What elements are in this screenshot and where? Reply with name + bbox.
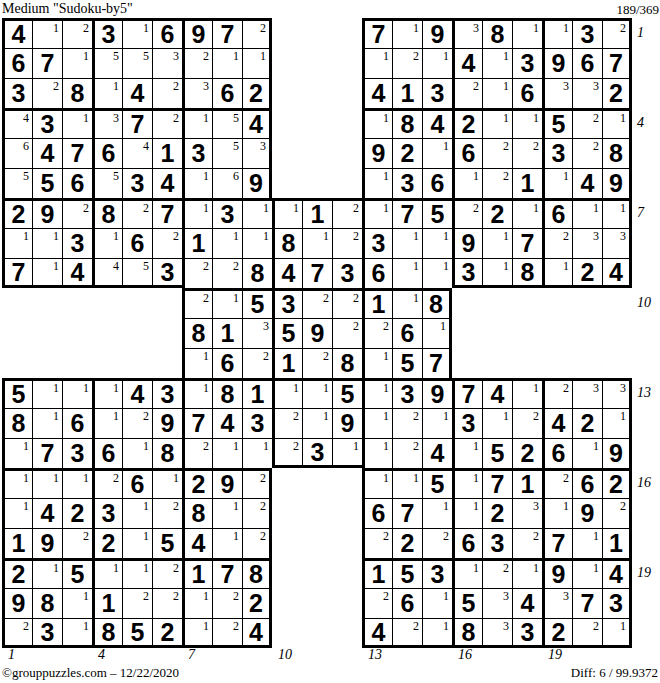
board-cell[interactable]: 3 [152, 378, 182, 408]
board-cell[interactable]: 3 [572, 18, 602, 48]
board-cell[interactable]: 7 [542, 528, 572, 558]
board-cell[interactable]: 2 [572, 138, 602, 168]
board-cell[interactable]: 9 [302, 318, 332, 348]
board-cell[interactable]: 3 [512, 618, 542, 648]
board-cell[interactable]: 1 [2, 498, 32, 528]
board-cell[interactable]: 1 [302, 408, 332, 438]
board-cell[interactable]: 8 [182, 318, 212, 348]
board-cell[interactable]: 2 [92, 528, 122, 558]
board-cell[interactable]: 1 [392, 228, 422, 258]
board-cell[interactable]: 3 [452, 258, 482, 288]
board-cell[interactable]: 1 [482, 228, 512, 258]
board-cell[interactable]: 5 [212, 108, 242, 138]
board-cell[interactable]: 2 [152, 498, 182, 528]
board-cell[interactable]: 7 [422, 348, 452, 378]
board-cell[interactable]: 2 [62, 498, 92, 528]
board-cell[interactable]: 6 [92, 138, 122, 168]
board-cell[interactable]: 2 [392, 618, 422, 648]
board-cell[interactable]: 2 [2, 618, 32, 648]
board-cell[interactable]: 2 [152, 618, 182, 648]
board-cell[interactable]: 2 [62, 18, 92, 48]
board-cell[interactable]: 3 [542, 78, 572, 108]
board-cell[interactable]: 7 [362, 18, 392, 48]
board-cell[interactable]: 5 [392, 348, 422, 378]
board-cell[interactable]: 3 [512, 48, 542, 78]
board-cell[interactable]: 3 [482, 528, 512, 558]
board-cell[interactable]: 2 [482, 198, 512, 228]
board-cell[interactable]: 4 [122, 378, 152, 408]
board-cell[interactable]: 9 [602, 168, 632, 198]
board-cell[interactable]: 6 [122, 468, 152, 498]
board-cell[interactable]: 9 [2, 588, 32, 618]
board-cell[interactable]: 1 [512, 558, 542, 588]
board-cell[interactable]: 5 [122, 618, 152, 648]
board-cell[interactable]: 1 [542, 18, 572, 48]
board-cell[interactable]: 1 [392, 288, 422, 318]
board-cell[interactable]: 3 [332, 258, 362, 288]
board-cell[interactable]: 5 [212, 138, 242, 168]
board-cell[interactable]: 6 [542, 438, 572, 468]
board-cell[interactable]: 2 [32, 78, 62, 108]
board-cell[interactable]: 3 [422, 558, 452, 588]
board-cell[interactable]: 1 [512, 198, 542, 228]
board-cell[interactable]: 2 [242, 498, 272, 528]
board-cell[interactable]: 8 [212, 378, 242, 408]
board-cell[interactable]: 6 [392, 588, 422, 618]
board-cell[interactable]: 6 [452, 528, 482, 558]
board-cell[interactable]: 6 [62, 408, 92, 438]
board-cell[interactable]: 1 [2, 438, 32, 468]
board-cell[interactable]: 1 [602, 108, 632, 138]
board-cell[interactable]: 1 [482, 258, 512, 288]
board-cell[interactable]: 4 [92, 258, 122, 288]
board-cell[interactable]: 1 [452, 468, 482, 498]
board-cell[interactable]: 1 [62, 618, 92, 648]
board-cell[interactable]: 2 [392, 48, 422, 78]
board-cell[interactable]: 5 [32, 168, 62, 198]
board-cell[interactable]: 7 [32, 438, 62, 468]
board-cell[interactable]: 2 [182, 468, 212, 498]
board-cell[interactable]: 7 [452, 378, 482, 408]
board-cell[interactable]: 5 [62, 558, 92, 588]
board-cell[interactable]: 1 [92, 78, 122, 108]
board-cell[interactable]: 2 [602, 78, 632, 108]
board-cell[interactable]: 1 [272, 378, 302, 408]
board-cell[interactable]: 3 [602, 588, 632, 618]
board-cell[interactable]: 8 [92, 198, 122, 228]
board-cell[interactable]: 2 [182, 48, 212, 78]
board-cell[interactable]: 2 [212, 588, 242, 618]
board-cell[interactable]: 1 [602, 198, 632, 228]
board-cell[interactable]: 1 [32, 378, 62, 408]
board-cell[interactable]: 1 [362, 408, 392, 438]
board-cell[interactable]: 5 [2, 378, 32, 408]
board-cell[interactable]: 2 [122, 198, 152, 228]
board-cell[interactable]: 5 [272, 318, 302, 348]
board-cell[interactable]: 1 [92, 588, 122, 618]
board-cell[interactable]: 2 [572, 258, 602, 288]
board-cell[interactable]: 2 [212, 258, 242, 288]
board-cell[interactable]: 6 [392, 318, 422, 348]
board-cell[interactable]: 3 [422, 78, 452, 108]
board-cell[interactable]: 2 [242, 78, 272, 108]
board-cell[interactable]: 8 [272, 228, 302, 258]
board-cell[interactable]: 4 [362, 618, 392, 648]
board-cell[interactable]: 1 [182, 228, 212, 258]
board-cell[interactable]: 1 [272, 348, 302, 378]
board-cell[interactable]: 1 [212, 438, 242, 468]
board-cell[interactable]: 2 [182, 438, 212, 468]
board-cell[interactable]: 1 [422, 408, 452, 438]
board-cell[interactable]: 2 [362, 588, 392, 618]
board-cell[interactable]: 1 [422, 228, 452, 258]
board-cell[interactable]: 9 [32, 528, 62, 558]
board-cell[interactable]: 3 [2, 78, 32, 108]
board-cell[interactable]: 3 [602, 228, 632, 258]
board-cell[interactable]: 3 [572, 378, 602, 408]
board-cell[interactable]: 2 [332, 288, 362, 318]
board-cell[interactable]: 2 [392, 408, 422, 438]
board-cell[interactable]: 1 [122, 558, 152, 588]
board-cell[interactable]: 1 [512, 168, 542, 198]
board-cell[interactable]: 1 [62, 48, 92, 78]
board-cell[interactable]: 8 [482, 18, 512, 48]
board-cell[interactable]: 2 [542, 468, 572, 498]
board-cell[interactable]: 1 [32, 258, 62, 288]
board-cell[interactable]: 4 [542, 408, 572, 438]
board-cell[interactable]: 4 [32, 498, 62, 528]
board-cell[interactable]: 1 [602, 408, 632, 438]
board-cell[interactable]: 2 [62, 528, 92, 558]
board-cell[interactable]: 2 [392, 438, 422, 468]
board-cell[interactable]: 3 [62, 438, 92, 468]
board-cell[interactable]: 1 [422, 318, 452, 348]
board-cell[interactable]: 8 [62, 78, 92, 108]
board-cell[interactable]: 3 [512, 498, 542, 528]
board-cell[interactable]: 9 [152, 408, 182, 438]
board-cell[interactable]: 7 [302, 258, 332, 288]
board-cell[interactable]: 3 [572, 78, 602, 108]
board-cell[interactable]: 9 [212, 468, 242, 498]
board-cell[interactable]: 1 [122, 18, 152, 48]
board-cell[interactable]: 1 [572, 528, 602, 558]
board-cell[interactable]: 2 [212, 618, 242, 648]
board-cell[interactable]: 7 [212, 558, 242, 588]
board-cell[interactable]: 2 [242, 588, 272, 618]
board-cell[interactable]: 1 [392, 258, 422, 288]
board-cell[interactable]: 6 [2, 48, 32, 78]
board-cell[interactable]: 5 [242, 288, 272, 318]
board-cell[interactable]: 3 [482, 618, 512, 648]
board-cell[interactable]: 1 [302, 198, 332, 228]
board-cell[interactable]: 2 [602, 498, 632, 528]
board-cell[interactable]: 9 [542, 48, 572, 78]
board-cell[interactable]: 1 [242, 438, 272, 468]
board-cell[interactable]: 3 [542, 138, 572, 168]
board-cell[interactable]: 5 [92, 48, 122, 78]
board-cell[interactable]: 1 [362, 438, 392, 468]
board-cell[interactable]: 1 [542, 168, 572, 198]
board-cell[interactable]: 3 [92, 498, 122, 528]
board-cell[interactable]: 4 [32, 138, 62, 168]
board-cell[interactable]: 4 [2, 108, 32, 138]
board-cell[interactable]: 4 [422, 108, 452, 138]
board-cell[interactable]: 3 [62, 228, 92, 258]
board-cell[interactable]: 7 [512, 228, 542, 258]
board-cell[interactable]: 1 [422, 48, 452, 78]
board-cell[interactable]: 1 [152, 468, 182, 498]
board-cell[interactable]: 1 [422, 498, 452, 528]
board-cell[interactable]: 1 [122, 498, 152, 528]
board-cell[interactable]: 4 [62, 258, 92, 288]
board-cell[interactable]: 4 [272, 258, 302, 288]
board-cell[interactable]: 1 [32, 18, 62, 48]
board-cell[interactable]: 4 [242, 618, 272, 648]
board-cell[interactable]: 2 [482, 168, 512, 198]
board-cell[interactable]: 1 [572, 198, 602, 228]
board-cell[interactable]: 1 [272, 198, 302, 228]
board-cell[interactable]: 3 [362, 228, 392, 258]
board-cell[interactable]: 2 [242, 18, 272, 48]
board-cell[interactable]: 7 [392, 198, 422, 228]
board-cell[interactable]: 1 [2, 228, 32, 258]
board-cell[interactable]: 9 [32, 198, 62, 228]
board-cell[interactable]: 1 [182, 378, 212, 408]
board-cell[interactable]: 5 [422, 198, 452, 228]
board-cell[interactable]: 2 [122, 408, 152, 438]
board-cell[interactable]: 1 [452, 438, 482, 468]
board-cell[interactable]: 2 [602, 468, 632, 498]
board-cell[interactable]: 4 [122, 138, 152, 168]
board-cell[interactable]: 7 [2, 258, 32, 288]
board-cell[interactable]: 1 [362, 348, 392, 378]
board-cell[interactable]: 5 [542, 108, 572, 138]
board-cell[interactable]: 1 [392, 78, 422, 108]
board-cell[interactable]: 1 [242, 48, 272, 78]
board-cell[interactable]: 4 [512, 588, 542, 618]
board-cell[interactable]: 2 [2, 558, 32, 588]
board-cell[interactable]: 2 [302, 348, 332, 378]
board-cell[interactable]: 1 [182, 168, 212, 198]
board-cell[interactable]: 3 [32, 618, 62, 648]
board-cell[interactable]: 8 [602, 138, 632, 168]
board-cell[interactable]: 2 [362, 528, 392, 558]
board-cell[interactable]: 9 [332, 408, 362, 438]
board-cell[interactable]: 7 [482, 468, 512, 498]
board-cell[interactable]: 3 [392, 168, 422, 198]
board-cell[interactable]: 8 [452, 618, 482, 648]
board-cell[interactable]: 2 [512, 138, 542, 168]
board-cell[interactable]: 1 [512, 18, 542, 48]
board-cell[interactable]: 8 [512, 258, 542, 288]
board-cell[interactable]: 9 [542, 558, 572, 588]
board-cell[interactable]: 4 [212, 408, 242, 438]
board-cell[interactable]: 3 [482, 588, 512, 618]
board-cell[interactable]: 1 [92, 408, 122, 438]
board-cell[interactable]: 2 [302, 288, 332, 318]
board-cell[interactable]: 2 [182, 258, 212, 288]
board-cell[interactable]: 2 [122, 588, 152, 618]
board-cell[interactable]: 1 [362, 468, 392, 498]
board-cell[interactable]: 6 [512, 78, 542, 108]
board-cell[interactable]: 1 [212, 528, 242, 558]
board-cell[interactable]: 2 [512, 528, 542, 558]
board-cell[interactable]: 1 [422, 588, 452, 618]
board-cell[interactable]: 2 [152, 558, 182, 588]
board-cell[interactable]: 4 [362, 78, 392, 108]
board-cell[interactable]: 1 [122, 528, 152, 558]
board-cell[interactable]: 8 [182, 498, 212, 528]
board-cell[interactable]: 7 [122, 108, 152, 138]
board-cell[interactable]: 3 [212, 198, 242, 228]
board-cell[interactable]: 5 [122, 258, 152, 288]
board-cell[interactable]: 8 [392, 108, 422, 138]
board-cell[interactable]: 1 [482, 408, 512, 438]
board-cell[interactable]: 5 [452, 588, 482, 618]
board-cell[interactable]: 1 [512, 108, 542, 138]
board-cell[interactable]: 3 [92, 18, 122, 48]
board-cell[interactable]: 1 [62, 588, 92, 618]
board-cell[interactable]: 7 [152, 198, 182, 228]
board-cell[interactable]: 6 [362, 498, 392, 528]
board-cell[interactable]: 6 [152, 18, 182, 48]
board-cell[interactable]: 4 [182, 528, 212, 558]
board-cell[interactable]: 1 [362, 168, 392, 198]
board-cell[interactable]: 1 [212, 318, 242, 348]
board-cell[interactable]: 1 [572, 438, 602, 468]
board-cell[interactable]: 1 [182, 558, 212, 588]
board-cell[interactable]: 1 [482, 48, 512, 78]
board-cell[interactable]: 2 [482, 558, 512, 588]
board-cell[interactable]: 2 [182, 288, 212, 318]
board-cell[interactable]: 1 [182, 108, 212, 138]
board-cell[interactable]: 8 [332, 348, 362, 378]
board-cell[interactable]: 1 [362, 378, 392, 408]
board-cell[interactable]: 3 [32, 108, 62, 138]
board-cell[interactable]: 1 [2, 528, 32, 558]
board-cell[interactable]: 1 [602, 618, 632, 648]
board-cell[interactable]: 2 [242, 348, 272, 378]
board-cell[interactable]: 2 [452, 108, 482, 138]
board-cell[interactable]: 1 [62, 378, 92, 408]
board-cell[interactable]: 2 [602, 18, 632, 48]
board-cell[interactable]: 1 [362, 48, 392, 78]
board-cell[interactable]: 9 [602, 438, 632, 468]
board-cell[interactable]: 6 [362, 258, 392, 288]
board-cell[interactable]: 1 [122, 438, 152, 468]
board-cell[interactable]: 1 [572, 558, 602, 588]
board-cell[interactable]: 7 [32, 48, 62, 78]
board-cell[interactable]: 2 [392, 528, 422, 558]
board-cell[interactable]: 1 [212, 48, 242, 78]
board-cell[interactable]: 1 [512, 378, 542, 408]
board-cell[interactable]: 1 [212, 498, 242, 528]
board-cell[interactable]: 1 [242, 378, 272, 408]
board-cell[interactable]: 3 [92, 108, 122, 138]
board-cell[interactable]: 9 [182, 18, 212, 48]
board-cell[interactable]: 6 [572, 468, 602, 498]
board-cell[interactable]: 2 [242, 468, 272, 498]
board-cell[interactable]: 1 [212, 288, 242, 318]
board-cell[interactable]: 2 [542, 228, 572, 258]
board-cell[interactable]: 8 [242, 558, 272, 588]
board-cell[interactable]: 1 [92, 228, 122, 258]
board-cell[interactable]: 7 [212, 18, 242, 48]
board-cell[interactable]: 1 [482, 108, 512, 138]
board-cell[interactable]: 3 [122, 168, 152, 198]
board-cell[interactable]: 1 [212, 228, 242, 258]
board-cell[interactable]: 7 [182, 408, 212, 438]
board-cell[interactable]: 4 [2, 18, 32, 48]
board-cell[interactable]: 4 [602, 558, 632, 588]
board-cell[interactable]: 2 [272, 408, 302, 438]
board-cell[interactable]: 4 [572, 168, 602, 198]
board-cell[interactable]: 5 [152, 528, 182, 558]
board-cell[interactable]: 1 [92, 378, 122, 408]
board-cell[interactable]: 7 [62, 138, 92, 168]
board-cell[interactable]: 2 [572, 408, 602, 438]
board-cell[interactable]: 1 [302, 378, 332, 408]
board-cell[interactable]: 7 [602, 48, 632, 78]
board-cell[interactable]: 8 [422, 288, 452, 318]
board-cell[interactable]: 3 [542, 588, 572, 618]
board-cell[interactable]: 3 [392, 378, 422, 408]
board-cell[interactable]: 2 [332, 318, 362, 348]
board-cell[interactable]: 6 [572, 48, 602, 78]
board-cell[interactable]: 1 [182, 618, 212, 648]
board-cell[interactable]: 1 [542, 258, 572, 288]
board-cell[interactable]: 3 [272, 288, 302, 318]
board-cell[interactable]: 1 [302, 228, 332, 258]
board-cell[interactable]: 4 [482, 378, 512, 408]
board-cell[interactable]: 3 [152, 258, 182, 288]
board-cell[interactable]: 4 [242, 108, 272, 138]
board-cell[interactable]: 2 [572, 108, 602, 138]
board-cell[interactable]: 2 [482, 498, 512, 528]
board-cell[interactable]: 1 [182, 198, 212, 228]
board-cell[interactable]: 6 [122, 228, 152, 258]
board-cell[interactable]: 2 [152, 228, 182, 258]
board-cell[interactable]: 2 [512, 438, 542, 468]
board-cell[interactable]: 1 [362, 288, 392, 318]
board-cell[interactable]: 3 [452, 18, 482, 48]
board-cell[interactable]: 1 [512, 468, 542, 498]
board-cell[interactable]: 1 [32, 468, 62, 498]
board-cell[interactable]: 1 [362, 108, 392, 138]
board-cell[interactable]: 9 [362, 138, 392, 168]
board-cell[interactable]: 1 [392, 18, 422, 48]
board-cell[interactable]: 2 [452, 198, 482, 228]
board-cell[interactable]: 5 [422, 468, 452, 498]
board-cell[interactable]: 2 [332, 198, 362, 228]
board-cell[interactable]: 4 [122, 78, 152, 108]
board-cell[interactable]: 1 [482, 78, 512, 108]
board-cell[interactable]: 3 [302, 438, 332, 468]
board-cell[interactable]: 4 [152, 168, 182, 198]
board-cell[interactable]: 3 [572, 228, 602, 258]
board-cell[interactable]: 1 [422, 618, 452, 648]
board-cell[interactable]: 1 [332, 438, 362, 468]
board-cell[interactable]: 1 [542, 498, 572, 528]
board-cell[interactable]: 1 [452, 168, 482, 198]
board-cell[interactable]: 6 [212, 348, 242, 378]
board-cell[interactable]: 2 [62, 198, 92, 228]
board-cell[interactable]: 8 [32, 588, 62, 618]
board-cell[interactable]: 6 [92, 438, 122, 468]
board-cell[interactable]: 1 [32, 558, 62, 588]
board-cell[interactable]: 2 [452, 78, 482, 108]
board-cell[interactable]: 3 [242, 138, 272, 168]
